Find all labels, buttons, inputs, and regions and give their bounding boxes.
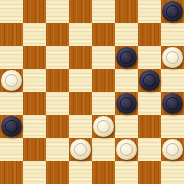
square-c6 (46, 46, 69, 69)
square-b4[interactable] (23, 92, 46, 115)
black-man-g5[interactable] (139, 70, 160, 91)
square-g6 (138, 46, 161, 69)
square-b8[interactable] (23, 0, 46, 23)
square-h4[interactable] (161, 92, 184, 115)
white-man-a5[interactable] (1, 70, 22, 91)
square-f3 (115, 115, 138, 138)
square-a2 (0, 138, 23, 161)
square-f4[interactable] (115, 92, 138, 115)
square-b7 (23, 23, 46, 46)
square-b1 (23, 161, 46, 184)
square-c4 (46, 92, 69, 115)
square-e4 (92, 92, 115, 115)
white-man-f2[interactable] (116, 139, 137, 160)
square-f2[interactable] (115, 138, 138, 161)
square-c3[interactable] (46, 115, 69, 138)
square-g2 (138, 138, 161, 161)
square-a7[interactable] (0, 23, 23, 46)
white-man-h6[interactable] (162, 47, 183, 68)
square-g8 (138, 0, 161, 23)
square-d1 (69, 161, 92, 184)
square-h1 (161, 161, 184, 184)
black-man-a3[interactable] (1, 116, 22, 137)
square-e2 (92, 138, 115, 161)
square-e7[interactable] (92, 23, 115, 46)
black-man-h4[interactable] (162, 93, 183, 114)
square-h3 (161, 115, 184, 138)
square-d4[interactable] (69, 92, 92, 115)
square-f1 (115, 161, 138, 184)
square-e8 (92, 0, 115, 23)
square-g7[interactable] (138, 23, 161, 46)
square-f5 (115, 69, 138, 92)
square-b6[interactable] (23, 46, 46, 69)
square-c1[interactable] (46, 161, 69, 184)
square-a6 (0, 46, 23, 69)
square-g5[interactable] (138, 69, 161, 92)
square-d3 (69, 115, 92, 138)
square-h2[interactable] (161, 138, 184, 161)
square-e6 (92, 46, 115, 69)
square-a8 (0, 0, 23, 23)
white-man-e3[interactable] (93, 116, 114, 137)
square-e5[interactable] (92, 69, 115, 92)
square-d7 (69, 23, 92, 46)
square-f7 (115, 23, 138, 46)
white-man-d2[interactable] (70, 139, 91, 160)
square-f8[interactable] (115, 0, 138, 23)
square-g1[interactable] (138, 161, 161, 184)
square-a4 (0, 92, 23, 115)
square-a5[interactable] (0, 69, 23, 92)
square-f6[interactable] (115, 46, 138, 69)
square-a3[interactable] (0, 115, 23, 138)
square-c2 (46, 138, 69, 161)
square-b5 (23, 69, 46, 92)
square-d6[interactable] (69, 46, 92, 69)
square-b3 (23, 115, 46, 138)
square-h6[interactable] (161, 46, 184, 69)
square-h8[interactable] (161, 0, 184, 23)
square-d2[interactable] (69, 138, 92, 161)
square-c5[interactable] (46, 69, 69, 92)
square-e3[interactable] (92, 115, 115, 138)
square-b2[interactable] (23, 138, 46, 161)
square-h7 (161, 23, 184, 46)
square-d5 (69, 69, 92, 92)
square-c8 (46, 0, 69, 23)
black-man-h8[interactable] (162, 1, 183, 22)
black-man-f4[interactable] (116, 93, 137, 114)
square-h5 (161, 69, 184, 92)
square-c7[interactable] (46, 23, 69, 46)
square-g4 (138, 92, 161, 115)
square-a1[interactable] (0, 161, 23, 184)
black-man-f6[interactable] (116, 47, 137, 68)
square-d8[interactable] (69, 0, 92, 23)
square-g3[interactable] (138, 115, 161, 138)
square-e1[interactable] (92, 161, 115, 184)
checkers-board (0, 0, 184, 184)
white-man-h2[interactable] (162, 139, 183, 160)
